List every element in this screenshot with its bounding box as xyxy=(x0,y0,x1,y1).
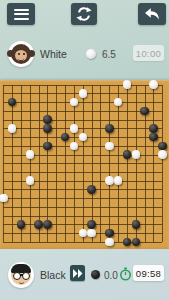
black-stone xyxy=(140,107,149,116)
white-stone xyxy=(123,80,132,89)
grid-line xyxy=(3,172,162,173)
black-timer: 09:58 xyxy=(133,265,164,281)
white-stone xyxy=(114,176,123,185)
white-stone xyxy=(70,124,79,133)
black-stone-icon xyxy=(91,270,100,279)
white-stone xyxy=(79,89,88,98)
white-stone xyxy=(26,176,35,185)
white-stone xyxy=(105,176,114,185)
black-player-avatar xyxy=(8,262,34,288)
grid-line xyxy=(136,85,137,242)
grid-line xyxy=(3,216,162,217)
black-stone xyxy=(43,115,52,124)
grid-line xyxy=(109,85,110,242)
white-stone xyxy=(87,229,96,238)
white-stone xyxy=(149,80,158,89)
black-stone xyxy=(149,124,158,133)
white-stone xyxy=(114,98,123,107)
white-player-name: White xyxy=(40,48,67,60)
black-stone xyxy=(43,124,52,133)
grid-line xyxy=(162,85,163,242)
black-stone xyxy=(87,185,96,194)
black-stone xyxy=(123,238,132,247)
stopwatch-icon xyxy=(119,267,132,281)
grid-line xyxy=(100,85,101,242)
white-stone xyxy=(105,142,114,151)
grid-line xyxy=(127,85,128,242)
grid-line xyxy=(3,207,162,208)
white-komi: 6.5 xyxy=(102,49,116,60)
undo-icon xyxy=(144,6,160,22)
black-stone xyxy=(34,220,43,229)
grid-line xyxy=(3,163,162,164)
black-stone xyxy=(43,220,52,229)
black-stone xyxy=(61,133,70,142)
grid-line xyxy=(3,189,162,190)
black-player-name: Black xyxy=(40,269,66,281)
white-stone xyxy=(132,150,141,159)
refresh-icon xyxy=(76,6,92,22)
black-stone xyxy=(105,124,114,133)
black-stone xyxy=(149,133,158,142)
black-stone xyxy=(105,229,114,238)
refresh-button[interactable] xyxy=(71,3,97,25)
black-captures: 0.0 xyxy=(104,270,118,281)
white-stone-icon xyxy=(86,49,96,59)
black-stone xyxy=(43,142,52,151)
app-root: White 6.5 10:00 Black 0.0 09:58 xyxy=(0,0,169,300)
white-timer: 10:00 xyxy=(133,45,164,61)
white-stone xyxy=(26,150,35,159)
white-stone xyxy=(79,133,88,142)
black-stone xyxy=(132,238,141,247)
black-stone xyxy=(132,220,141,229)
go-board[interactable] xyxy=(0,80,169,249)
white-stone xyxy=(70,142,79,151)
black-stone xyxy=(87,220,96,229)
black-stone xyxy=(8,98,17,107)
white-stone xyxy=(105,238,114,247)
fast-forward-icon xyxy=(73,269,83,278)
grid-line xyxy=(92,85,93,242)
grid-line xyxy=(153,85,154,242)
white-stone xyxy=(8,124,17,133)
white-player-avatar xyxy=(8,41,34,67)
white-stone xyxy=(70,98,79,107)
fast-forward-button[interactable] xyxy=(70,265,85,281)
white-stone xyxy=(158,150,167,159)
undo-button[interactable] xyxy=(138,3,166,25)
grid-line xyxy=(3,198,162,199)
menu-button[interactable] xyxy=(7,3,35,25)
white-stone xyxy=(0,194,8,203)
black-stone xyxy=(158,142,167,151)
black-stone xyxy=(123,150,132,159)
menu-icon xyxy=(14,6,29,22)
white-stone xyxy=(79,229,88,238)
grid-line xyxy=(118,85,119,242)
black-stone xyxy=(17,220,26,229)
